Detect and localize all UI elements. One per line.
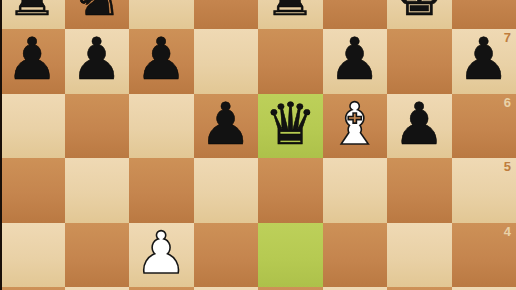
- square-f7[interactable]: ♟: [323, 29, 388, 94]
- black-pawn-g6[interactable]: ♟: [393, 95, 445, 153]
- black-pawn-b7[interactable]: ♟: [71, 30, 123, 88]
- rank-label-4: 4: [504, 225, 511, 238]
- square-c7[interactable]: ♟: [129, 29, 194, 94]
- square-h7[interactable]: ♟7: [452, 29, 516, 94]
- black-rook-a8[interactable]: ♜: [6, 0, 58, 24]
- left-frame-strip: [0, 0, 2, 290]
- square-d7[interactable]: [194, 29, 259, 94]
- white-pawn-c4[interactable]: ♟: [135, 224, 187, 282]
- black-pawn-d6[interactable]: ♟: [200, 95, 252, 153]
- black-pawn-a7[interactable]: ♟: [6, 30, 58, 88]
- square-g7[interactable]: [387, 29, 452, 94]
- white-bishop-f6[interactable]: ♝: [329, 95, 381, 153]
- square-b6[interactable]: [65, 94, 130, 159]
- black-pawn-c7[interactable]: ♟: [135, 30, 187, 88]
- square-h6[interactable]: 6: [452, 94, 516, 159]
- square-g4[interactable]: [387, 223, 452, 288]
- square-d8[interactable]: [194, 0, 259, 29]
- square-d5[interactable]: [194, 158, 259, 223]
- square-b7[interactable]: ♟: [65, 29, 130, 94]
- square-a7[interactable]: ♟: [0, 29, 65, 94]
- square-e7[interactable]: [258, 29, 323, 94]
- square-c6[interactable]: [129, 94, 194, 159]
- chess-board: ♜♞♜♚♟♟♟♟♟7♟♛♝♟65♟4: [0, 0, 516, 290]
- square-f4[interactable]: [323, 223, 388, 288]
- square-c4[interactable]: ♟: [129, 223, 194, 288]
- square-f6[interactable]: ♝: [323, 94, 388, 159]
- square-e6[interactable]: ♛: [258, 94, 323, 159]
- chess-board-viewport: ♜♞♜♚♟♟♟♟♟7♟♛♝♟65♟4: [0, 0, 516, 290]
- black-knight-b8[interactable]: ♞: [71, 0, 123, 24]
- square-a4[interactable]: [0, 223, 65, 288]
- square-a5[interactable]: [0, 158, 65, 223]
- square-e5[interactable]: [258, 158, 323, 223]
- square-h5[interactable]: 5: [452, 158, 516, 223]
- square-a6[interactable]: [0, 94, 65, 159]
- black-pawn-f7[interactable]: ♟: [329, 30, 381, 88]
- square-e4[interactable]: [258, 223, 323, 288]
- black-queen-e6[interactable]: ♛: [264, 95, 316, 153]
- black-rook-e8[interactable]: ♜: [264, 0, 316, 24]
- square-f5[interactable]: [323, 158, 388, 223]
- square-b5[interactable]: [65, 158, 130, 223]
- square-g8[interactable]: ♚: [387, 0, 452, 29]
- rank-label-6: 6: [504, 96, 511, 109]
- square-b4[interactable]: [65, 223, 130, 288]
- square-d4[interactable]: [194, 223, 259, 288]
- black-king-g8[interactable]: ♚: [393, 0, 445, 24]
- rank-label-7: 7: [504, 31, 511, 44]
- square-g6[interactable]: ♟: [387, 94, 452, 159]
- black-pawn-h7[interactable]: ♟: [458, 30, 510, 88]
- square-e8[interactable]: ♜: [258, 0, 323, 29]
- square-c5[interactable]: [129, 158, 194, 223]
- square-g5[interactable]: [387, 158, 452, 223]
- square-d6[interactable]: ♟: [194, 94, 259, 159]
- rank-label-5: 5: [504, 160, 511, 173]
- square-h4[interactable]: 4: [452, 223, 516, 288]
